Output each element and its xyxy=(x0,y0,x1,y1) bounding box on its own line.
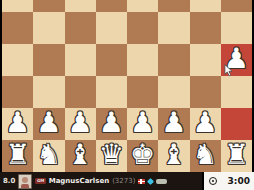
match-score: 8.0 xyxy=(3,177,15,185)
white-piece-P-f2[interactable]: ♟ xyxy=(161,109,186,137)
square-h5[interactable] xyxy=(221,12,252,44)
square-a3[interactable] xyxy=(2,76,33,108)
square-f4[interactable] xyxy=(158,44,189,76)
square-f5[interactable] xyxy=(158,12,189,44)
square-e5[interactable] xyxy=(127,12,158,44)
square-e2[interactable]: ♟ xyxy=(127,108,158,140)
player-rating: (3273) xyxy=(112,177,135,185)
white-piece-Q-d1[interactable]: ♛ xyxy=(99,141,124,169)
square-h6[interactable] xyxy=(221,0,252,12)
square-a1[interactable]: ♜ xyxy=(2,140,33,172)
square-f3[interactable] xyxy=(158,76,189,108)
white-piece-K-e1[interactable]: ♚ xyxy=(130,141,155,169)
avatar[interactable] xyxy=(18,174,32,189)
diamond-membership-icon xyxy=(147,177,154,184)
white-piece-P-d2[interactable]: ♟ xyxy=(99,109,124,137)
square-c5[interactable] xyxy=(65,12,96,44)
white-piece-P-b2[interactable]: ♟ xyxy=(36,109,61,137)
board-area: ♟♟♟♟♟♟♟♟♜♞♝♛♚♝♞♜ xyxy=(0,0,254,172)
square-e6[interactable] xyxy=(127,0,158,12)
square-h1[interactable]: ♜ xyxy=(221,140,252,172)
white-piece-P-a2[interactable]: ♟ xyxy=(5,109,30,137)
board: ♟♟♟♟♟♟♟♟♜♞♝♛♚♝♞♜ xyxy=(2,0,252,172)
square-f1[interactable]: ♝ xyxy=(158,140,189,172)
clock-time: 3:00 xyxy=(228,176,250,186)
clock-icon xyxy=(209,177,217,185)
title-badge: GM xyxy=(35,178,45,184)
square-d1[interactable]: ♛ xyxy=(96,140,127,172)
square-c4[interactable] xyxy=(65,44,96,76)
white-piece-B-f1[interactable]: ♝ xyxy=(161,141,186,169)
square-h2[interactable] xyxy=(221,108,252,140)
white-piece-N-b1[interactable]: ♞ xyxy=(36,141,61,169)
square-b1[interactable]: ♞ xyxy=(33,140,64,172)
white-piece-P-c2[interactable]: ♟ xyxy=(68,109,93,137)
square-e4[interactable] xyxy=(127,44,158,76)
player-clock: 3:00 xyxy=(202,172,254,190)
white-piece-R-h1[interactable]: ♜ xyxy=(224,141,249,169)
square-c6[interactable] xyxy=(65,0,96,12)
square-g3[interactable] xyxy=(190,76,221,108)
square-g1[interactable]: ♞ xyxy=(190,140,221,172)
chess-app: ♟♟♟♟♟♟♟♟♜♞♝♛♚♝♞♜ 8.0 GM MagnusCarlsen (3… xyxy=(0,0,254,190)
white-piece-N-g1[interactable]: ♞ xyxy=(193,141,218,169)
square-a5[interactable] xyxy=(2,12,33,44)
player-username[interactable]: MagnusCarlsen xyxy=(49,177,109,185)
square-f6[interactable] xyxy=(158,0,189,12)
square-f2[interactable]: ♟ xyxy=(158,108,189,140)
square-d3[interactable] xyxy=(96,76,127,108)
square-d6[interactable] xyxy=(96,0,127,12)
square-b5[interactable] xyxy=(33,12,64,44)
white-piece-B-c1[interactable]: ♝ xyxy=(68,141,93,169)
avatar-torso xyxy=(21,184,29,189)
square-c2[interactable]: ♟ xyxy=(65,108,96,140)
square-a6[interactable] xyxy=(2,0,33,12)
square-d2[interactable]: ♟ xyxy=(96,108,127,140)
square-c1[interactable]: ♝ xyxy=(65,140,96,172)
white-piece-P-e2[interactable]: ♟ xyxy=(130,109,155,137)
square-b6[interactable] xyxy=(33,0,64,12)
avatar-face xyxy=(22,177,28,183)
square-g4[interactable] xyxy=(190,44,221,76)
square-g5[interactable] xyxy=(190,12,221,44)
square-d4[interactable] xyxy=(96,44,127,76)
square-g6[interactable] xyxy=(190,0,221,12)
norway-flag-icon xyxy=(138,179,145,184)
square-b3[interactable] xyxy=(33,76,64,108)
square-h3[interactable] xyxy=(221,76,252,108)
square-a4[interactable] xyxy=(2,44,33,76)
square-b4[interactable] xyxy=(33,44,64,76)
square-e3[interactable] xyxy=(127,76,158,108)
square-d5[interactable] xyxy=(96,12,127,44)
square-c3[interactable] xyxy=(65,76,96,108)
mouse-cursor xyxy=(224,64,233,77)
square-b2[interactable]: ♟ xyxy=(33,108,64,140)
white-piece-P-g2[interactable]: ♟ xyxy=(193,109,218,137)
square-a2[interactable]: ♟ xyxy=(2,108,33,140)
white-piece-R-a1[interactable]: ♜ xyxy=(5,141,30,169)
square-g2[interactable]: ♟ xyxy=(190,108,221,140)
square-e1[interactable]: ♚ xyxy=(127,140,158,172)
gray-pill-badge xyxy=(156,179,167,184)
